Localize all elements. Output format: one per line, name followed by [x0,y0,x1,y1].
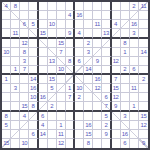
cell-r13-c5-empty[interactable] [48,121,57,130]
cell-r15-c9-given[interactable]: 8 [84,139,93,148]
cell-r15-c8-empty[interactable] [75,139,84,148]
cell-r0-c1-given[interactable]: 8 [11,2,20,11]
cell-r13-c12-empty[interactable] [112,121,121,130]
cell-r4-c0-empty[interactable] [2,39,11,48]
cell-r5-c9-given[interactable]: 3 [84,48,93,57]
cell-r9-c5-given[interactable]: 5 [48,84,57,93]
given-digit: 1 [14,66,17,72]
cell-r1-c2-empty[interactable] [20,11,29,20]
cell-r6-c8-given[interactable]: 6 [75,57,84,66]
cell-r1-c5-empty[interactable] [48,11,57,20]
cell-r5-c0-given[interactable]: 10 [2,48,11,57]
cell-r1-c13-empty[interactable] [121,11,130,20]
cell-r5-c13-given[interactable]: 1 [121,48,130,57]
given-digit: 10 [3,49,9,55]
cell-r5-c4-empty[interactable] [39,48,48,57]
cell-r15-c15-given[interactable]: 9 [139,139,148,148]
cell-r2-c14-given[interactable]: 16 [130,20,139,29]
cell-r14-c1-empty[interactable] [11,130,20,139]
cell-r0-c11-empty[interactable] [102,2,111,11]
cell-r1-c0-empty[interactable] [2,11,11,20]
cell-r11-c2-given[interactable]: 15 [20,102,29,111]
cell-r10-c13-empty[interactable] [121,93,130,102]
cell-r15-c6-given[interactable]: 12 [57,139,66,148]
cell-r0-c5-empty[interactable] [48,2,57,11]
given-digit: 9 [68,30,71,36]
cell-r14-c13-given[interactable]: 16 [121,130,130,139]
cell-r6-c14-empty[interactable] [130,57,139,66]
cell-r2-c8-empty[interactable] [75,20,84,29]
cell-r12-c5-empty[interactable] [48,112,57,121]
cell-r12-c10-empty[interactable] [93,112,102,121]
cell-r13-c15-given[interactable]: 12 [139,121,148,130]
cell-r11-c5-given[interactable]: 2 [48,102,57,111]
given-digit: 8 [14,3,17,9]
cell-r12-c11-given[interactable]: 5 [102,112,111,121]
cell-r12-c15-given[interactable]: 15 [139,112,148,121]
cell-r14-c6-given[interactable]: 11 [57,130,66,139]
given-digit: 16 [131,21,137,27]
cell-r9-c11-empty[interactable] [102,84,111,93]
given-digit: 12 [113,58,119,64]
cell-r14-c12-empty[interactable] [112,130,121,139]
cell-r5-c1-empty[interactable] [11,48,20,57]
given-digit: 5 [31,21,34,27]
cell-r9-c2-empty[interactable] [20,84,29,93]
cell-r13-c6-given[interactable]: 1 [57,121,66,130]
cell-r15-c14-empty[interactable] [130,139,139,148]
given-digit: 2 [50,103,53,109]
cell-r3-c4-given[interactable]: 15 [39,29,48,38]
given-digit: 12 [113,94,119,100]
cell-r0-c13-empty[interactable] [121,2,130,11]
cell-r7-c15-empty[interactable] [139,66,148,75]
cell-r3-c13-empty[interactable] [121,29,130,38]
cell-r12-c7-empty[interactable] [66,112,75,121]
cell-r13-c0-given[interactable]: 5 [2,121,11,130]
cell-r8-c9-empty[interactable] [84,75,93,84]
cell-r13-c13-empty[interactable] [121,121,130,130]
cell-r1-c11-empty[interactable] [102,11,111,20]
cell-r6-c6-empty[interactable] [57,57,66,66]
given-digit: 8 [87,140,90,146]
cell-r7-c4-empty[interactable] [39,66,48,75]
cell-r5-c7-empty[interactable] [66,48,75,57]
cell-r5-c15-given[interactable]: 14 [139,48,148,57]
cell-r10-c11-given[interactable]: 6 [102,93,111,102]
cell-r6-c13-empty[interactable] [121,57,130,66]
cell-r4-c1-empty[interactable] [11,39,20,48]
cell-r4-c11-empty[interactable] [102,39,111,48]
given-digit: 2 [142,76,145,82]
cell-r13-c1-empty[interactable] [11,121,20,130]
cell-r7-c1-given[interactable]: 1 [11,66,20,75]
given-digit: 1 [59,122,62,128]
given-digit: 14 [141,49,147,55]
cell-r9-c10-given[interactable]: 12 [93,84,102,93]
cell-r4-c15-empty[interactable] [139,39,148,48]
cell-r10-c1-empty[interactable] [11,93,20,102]
cell-r3-c15-empty[interactable] [139,29,148,38]
cell-r3-c6-empty[interactable] [57,29,66,38]
cell-r6-c3-empty[interactable] [29,57,38,66]
cell-r7-c6-given[interactable]: 10 [57,66,66,75]
cell-r5-c6-given[interactable]: 7 [57,48,66,57]
cell-r12-c3-empty[interactable] [29,112,38,121]
cell-r3-c9-empty[interactable] [84,29,93,38]
cell-r10-c3-given[interactable]: 10 [29,93,38,102]
cell-r7-c0-empty[interactable] [2,66,11,75]
cell-r8-c2-empty[interactable] [20,75,29,84]
cell-r8-c6-empty[interactable] [57,75,66,84]
given-digit: 9 [114,103,117,109]
cell-r13-c10-empty[interactable] [93,121,102,130]
cell-r2-c1-empty[interactable] [11,20,20,29]
cell-r6-c7-given[interactable]: 8 [66,57,75,66]
cell-r10-c10-empty[interactable] [93,93,102,102]
given-digit: 6 [41,113,44,119]
cell-r13-c3-empty[interactable] [29,121,38,130]
given-digit: 8 [68,58,71,64]
cell-r15-c4-empty[interactable] [39,139,48,148]
cell-r13-c8-empty[interactable] [75,121,84,130]
cell-r3-c12-empty[interactable] [112,29,121,38]
given-digit: 16 [40,94,46,100]
given-digit: 12 [94,85,100,91]
given-digit: 1 [123,49,126,55]
cell-r11-c10-empty[interactable] [93,102,102,111]
cell-r3-c11-given[interactable]: 13 [102,29,111,38]
cell-r4-c7-empty[interactable] [66,39,75,48]
cell-r1-c12-empty[interactable] [112,11,121,20]
given-digit: 4 [41,122,44,128]
cell-r9-c12-given[interactable]: 15 [112,84,121,93]
cell-r13-c2-empty[interactable] [20,121,29,130]
cell-r4-c6-given[interactable]: 15 [57,39,66,48]
cell-r6-c9-empty[interactable] [84,57,93,66]
cell-r4-c2-given[interactable]: 12 [20,39,29,48]
cell-r10-c6-empty[interactable] [57,93,66,102]
cell-r14-c11-given[interactable]: 9 [102,130,111,139]
cell-r3-c8-given[interactable]: 4 [75,29,84,38]
cell-r12-c4-given[interactable]: 6 [39,112,48,121]
given-digit: 14 [30,76,36,82]
cell-r3-c3-empty[interactable] [29,29,38,38]
cell-r10-c0-empty[interactable] [2,93,11,102]
cell-r2-c9-empty[interactable] [84,20,93,29]
cell-r13-c14-empty[interactable] [130,121,139,130]
cell-r14-c4-given[interactable]: 14 [39,130,48,139]
cell-r4-c13-given[interactable]: 8 [121,39,130,48]
cell-r6-c15-empty[interactable] [139,57,148,66]
cell-r9-c8-given[interactable]: 10 [75,84,84,93]
cell-r9-c13-empty[interactable] [121,84,130,93]
cell-r0-c14-given[interactable]: 2 [130,2,139,11]
cell-r7-c13-given[interactable]: 2 [121,66,130,75]
cell-r0-c0-given[interactable]: 4 [2,2,11,11]
cell-r11-c9-empty[interactable] [84,102,93,111]
cell-r1-c9-empty[interactable] [84,11,93,20]
given-digit: 3 [87,49,90,55]
cell-r11-c6-empty[interactable] [57,102,66,111]
cell-r12-c1-empty[interactable] [11,112,20,121]
cell-r7-c12-empty[interactable] [112,66,121,75]
cell-r2-c11-empty[interactable] [102,20,111,29]
cell-r11-c14-given[interactable]: 1 [130,102,139,111]
cell-r11-c7-empty[interactable] [66,102,75,111]
cell-r5-c10-empty[interactable] [93,48,102,57]
cell-r10-c5-empty[interactable] [48,93,57,102]
cell-r13-c7-empty[interactable] [66,121,75,130]
given-digit: 2 [78,94,81,100]
cell-r11-c11-given[interactable]: 7 [102,102,111,111]
cell-r4-c12-empty[interactable] [112,39,121,48]
cell-r0-c9-empty[interactable] [84,2,93,11]
cell-r5-c5-empty[interactable] [48,48,57,57]
cell-r14-c5-empty[interactable] [48,130,57,139]
cell-r11-c3-given[interactable]: 8 [29,102,38,111]
cell-r5-c12-empty[interactable] [112,48,121,57]
cell-r15-c11-empty[interactable] [102,139,111,148]
given-digit: 9 [142,140,145,146]
cell-r1-c14-empty[interactable] [130,11,139,20]
cell-r8-c10-given[interactable]: 16 [93,75,102,84]
cell-r8-c8-empty[interactable] [75,75,84,84]
cell-r14-c7-empty[interactable] [66,130,75,139]
cell-r7-c9-given[interactable]: 14 [84,66,93,75]
cell-r9-c9-empty[interactable] [84,84,93,93]
given-digit: 6 [123,140,126,146]
cell-r8-c5-given[interactable]: 15 [48,75,57,84]
cell-r2-c15-empty[interactable] [139,20,148,29]
cell-r7-c14-given[interactable]: 6 [130,66,139,75]
cell-r6-c12-given[interactable]: 12 [112,57,121,66]
cell-r7-c8-empty[interactable] [75,66,84,75]
cell-r8-c0-given[interactable]: 1 [2,75,11,84]
cell-r10-c4-given[interactable]: 16 [39,93,48,102]
cell-r8-c3-given[interactable]: 14 [29,75,38,84]
cell-r2-c4-empty[interactable] [39,20,48,29]
cell-r14-c15-empty[interactable] [139,130,148,139]
cell-r10-c12-given[interactable]: 12 [112,93,121,102]
cell-r5-c14-empty[interactable] [130,48,139,57]
cell-r6-c5-given[interactable]: 13 [48,57,57,66]
cell-r15-c12-empty[interactable] [112,139,121,148]
cell-r15-c3-empty[interactable] [29,139,38,148]
cell-r0-c2-empty[interactable] [20,2,29,11]
given-digit: 1 [5,76,8,82]
cell-r8-c15-given[interactable]: 2 [139,75,148,84]
cell-r2-c7-empty[interactable] [66,20,75,29]
cell-r15-c5-empty[interactable] [48,139,57,148]
cell-r0-c10-empty[interactable] [93,2,102,11]
cell-r7-c3-empty[interactable] [29,66,38,75]
cell-r3-c5-empty[interactable] [48,29,57,38]
cell-r1-c8-given[interactable]: 16 [75,11,84,20]
cell-r14-c8-empty[interactable] [75,130,84,139]
cell-r1-c1-empty[interactable] [11,11,20,20]
cell-r7-c5-empty[interactable] [48,66,57,75]
cell-r3-c7-given[interactable]: 9 [66,29,75,38]
cell-r10-c8-given[interactable]: 2 [75,93,84,102]
cell-r9-c4-empty[interactable] [39,84,48,93]
cell-r2-c3-given[interactable]: 5 [29,20,38,29]
cell-r9-c3-given[interactable]: 16 [29,84,38,93]
given-digit: 6 [23,21,26,27]
cell-r15-c2-given[interactable]: 10 [20,139,29,148]
cell-r11-c0-empty[interactable] [2,102,11,111]
cell-r8-c14-empty[interactable] [130,75,139,84]
cell-r14-c10-empty[interactable] [93,130,102,139]
given-digit: 2 [132,3,135,9]
cell-r8-c11-empty[interactable] [102,75,111,84]
cell-r10-c14-empty[interactable] [130,93,139,102]
given-digit: 3 [123,113,126,119]
cell-r10-c15-empty[interactable] [139,93,148,102]
cell-r11-c15-empty[interactable] [139,102,148,111]
cell-r12-c0-given[interactable]: 8 [2,112,11,121]
cell-r8-c13-empty[interactable] [121,75,130,84]
cell-r14-c14-empty[interactable] [130,130,139,139]
cell-r10-c2-empty[interactable] [20,93,29,102]
cell-r13-c11-given[interactable]: 2 [102,121,111,130]
cell-r6-c0-empty[interactable] [2,57,11,66]
given-digit: 1 [132,103,135,109]
cell-r7-c2-given[interactable]: 7 [20,66,29,75]
cell-r2-c2-given[interactable]: 6 [20,20,29,29]
cell-r1-c3-empty[interactable] [29,11,38,20]
cell-r0-c15-given[interactable]: 11 [139,2,148,11]
given-digit: 12 [58,140,64,146]
given-digit: 6 [104,94,107,100]
given-digit: 15 [141,113,147,119]
cell-r9-c6-empty[interactable] [57,84,66,93]
cell-r14-c3-given[interactable]: 6 [29,130,38,139]
cell-r13-c9-given[interactable]: 16 [84,121,93,130]
cell-r4-c9-given[interactable]: 2 [84,39,93,48]
cell-r0-c4-empty[interactable] [39,2,48,11]
cell-r8-c7-empty[interactable] [66,75,75,84]
cell-r14-c2-empty[interactable] [20,130,29,139]
cell-r1-c7-given[interactable]: 4 [66,11,75,20]
cell-r12-c6-empty[interactable] [57,112,66,121]
cell-r1-c4-empty[interactable] [39,11,48,20]
cell-r4-c14-empty[interactable] [130,39,139,48]
cell-r0-c12-empty[interactable] [112,2,121,11]
cell-r12-c8-empty[interactable] [75,112,84,121]
cell-r4-c3-empty[interactable] [29,39,38,48]
cell-r10-c9-empty[interactable] [84,93,93,102]
cell-r8-c12-given[interactable]: 7 [112,75,121,84]
cell-r15-c10-empty[interactable] [93,139,102,148]
cell-r3-c14-given[interactable]: 3 [130,29,139,38]
cell-r1-c6-empty[interactable] [57,11,66,20]
cell-r9-c15-empty[interactable] [139,84,148,93]
cell-r4-c4-empty[interactable] [39,39,48,48]
cell-r15-c1-empty[interactable] [11,139,20,148]
cell-r11-c8-empty[interactable] [75,102,84,111]
cell-r11-c13-empty[interactable] [121,102,130,111]
given-digit: 4 [114,21,117,27]
cell-r9-c14-given[interactable]: 11 [130,84,139,93]
cell-r7-c7-empty[interactable] [66,66,75,75]
cell-r5-c8-empty[interactable] [75,48,84,57]
cell-r7-c10-empty[interactable] [93,66,102,75]
given-digit: 10 [21,140,27,146]
given-digit: 8 [123,40,126,46]
given-digit: 15 [85,131,91,137]
cell-r2-c0-empty[interactable] [2,20,11,29]
cell-r3-c2-empty[interactable] [20,29,29,38]
cell-r0-c3-empty[interactable] [29,2,38,11]
given-digit: 2 [123,66,126,72]
cell-r11-c1-empty[interactable] [11,102,20,111]
cell-r1-c15-empty[interactable] [139,11,148,20]
cell-r9-c7-given[interactable]: 1 [66,84,75,93]
cell-r9-c1-given[interactable]: 3 [11,84,20,93]
cell-r12-c12-empty[interactable] [112,112,121,121]
cell-r6-c11-empty[interactable] [102,57,111,66]
cell-r6-c10-given[interactable]: 9 [93,57,102,66]
cell-r2-c10-given[interactable]: 11 [93,20,102,29]
cell-r3-c10-empty[interactable] [93,29,102,38]
given-digit: 16 [76,12,82,18]
given-digit: 3 [132,30,135,36]
cell-r5-c3-empty[interactable] [29,48,38,57]
cell-r2-c6-empty[interactable] [57,20,66,29]
cell-r5-c2-given[interactable]: 8 [20,48,29,57]
cell-r12-c13-given[interactable]: 3 [121,112,130,121]
cell-r12-c2-given[interactable]: 4 [20,112,29,121]
cell-r4-c8-empty[interactable] [75,39,84,48]
cell-r6-c1-empty[interactable] [11,57,20,66]
cell-r0-c6-empty[interactable] [57,2,66,11]
cell-r7-c11-empty[interactable] [102,66,111,75]
cell-r12-c9-empty[interactable] [84,112,93,121]
cell-r3-c0-empty[interactable] [2,29,11,38]
cell-r11-c12-given[interactable]: 9 [112,102,121,111]
cell-r10-c7-given[interactable]: 7 [66,93,75,102]
cell-r2-c12-given[interactable]: 4 [112,20,121,29]
cell-r14-c9-given[interactable]: 15 [84,130,93,139]
cell-r4-c5-empty[interactable] [48,39,57,48]
given-digit: 4 [23,113,26,119]
cell-r3-c1-given[interactable]: 11 [11,29,20,38]
cell-r15-c13-given[interactable]: 6 [121,139,130,148]
sudoku-board: 4821141665101141611159413312152810873114… [0,0,150,150]
cell-r2-c5-given[interactable]: 10 [48,20,57,29]
cell-r1-c10-empty[interactable] [93,11,102,20]
cell-r11-c4-empty[interactable] [39,102,48,111]
cell-r8-c4-empty[interactable] [39,75,48,84]
given-digit: 6 [31,131,34,137]
cell-r0-c8-empty[interactable] [75,2,84,11]
cell-r8-c1-empty[interactable] [11,75,20,84]
cell-r14-c0-empty[interactable] [2,130,11,139]
cell-r6-c2-given[interactable]: 3 [20,57,29,66]
cell-r4-c10-empty[interactable] [93,39,102,48]
cell-r6-c4-empty[interactable] [39,57,48,66]
cell-r15-c7-empty[interactable] [66,139,75,148]
cell-r12-c14-empty[interactable] [130,112,139,121]
cell-r5-c11-empty[interactable] [102,48,111,57]
cell-r13-c4-given[interactable]: 4 [39,121,48,130]
cell-r15-c0-given[interactable]: 15 [2,139,11,148]
given-digit: 5 [104,113,107,119]
cell-r0-c7-empty[interactable] [66,2,75,11]
cell-r2-c13-empty[interactable] [121,20,130,29]
cell-r9-c0-empty[interactable] [2,84,11,93]
